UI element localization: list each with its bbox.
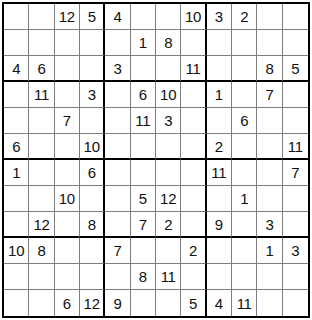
cell-r7c10[interactable] (232, 160, 257, 186)
cell-r10c3[interactable] (55, 238, 80, 264)
cell-r5c2[interactable] (29, 108, 54, 134)
cell-r1c4[interactable]: 5 (80, 4, 105, 30)
cell-r11c6[interactable]: 8 (131, 264, 156, 290)
cell-r9c3[interactable] (55, 212, 80, 238)
cell-r4c5[interactable] (105, 82, 130, 108)
cell-r8c9[interactable] (207, 186, 232, 212)
cell-r3c10[interactable] (232, 56, 257, 82)
cell-r3c5[interactable]: 3 (105, 56, 130, 82)
cell-r7c5[interactable] (105, 160, 130, 186)
cell-r8c1[interactable] (4, 186, 29, 212)
cell-r11c9[interactable] (207, 264, 232, 290)
cell-r7c8[interactable] (181, 160, 206, 186)
cell-r5c5[interactable] (105, 108, 130, 134)
cell-r3c8[interactable]: 11 (181, 56, 206, 82)
cell-r10c8[interactable]: 2 (181, 238, 206, 264)
cell-r11c1[interactable] (4, 264, 29, 290)
cell-r6c1[interactable]: 6 (4, 134, 29, 160)
cell-r8c5[interactable] (105, 186, 130, 212)
cell-r8c11[interactable] (257, 186, 282, 212)
cell-r6c9[interactable]: 2 (207, 134, 232, 160)
cell-r8c12[interactable] (283, 186, 308, 212)
cell-r5c10[interactable]: 6 (232, 108, 257, 134)
cell-r3c9[interactable] (207, 56, 232, 82)
cell-r1c2[interactable] (29, 4, 54, 30)
cell-r1c5[interactable]: 4 (105, 4, 130, 30)
cell-r12c5[interactable]: 9 (105, 290, 130, 316)
cell-r6c7[interactable] (156, 134, 181, 160)
cell-r2c7[interactable]: 8 (156, 30, 181, 56)
cell-r5c4[interactable] (80, 108, 105, 134)
cell-r9c5[interactable] (105, 212, 130, 238)
cell-r2c9[interactable] (207, 30, 232, 56)
cell-r3c6[interactable] (131, 56, 156, 82)
cell-r1c7[interactable] (156, 4, 181, 30)
cell-r7c3[interactable] (55, 160, 80, 186)
cell-r9c9[interactable]: 9 (207, 212, 232, 238)
cell-r6c6[interactable] (131, 134, 156, 160)
cell-r10c5[interactable]: 7 (105, 238, 130, 264)
cell-r1c10[interactable]: 2 (232, 4, 257, 30)
cell-r9c1[interactable] (4, 212, 29, 238)
cell-r5c6[interactable]: 11 (131, 108, 156, 134)
cell-r4c12[interactable] (283, 82, 308, 108)
cell-r10c9[interactable] (207, 238, 232, 264)
cell-r5c9[interactable] (207, 108, 232, 134)
cell-r4c10[interactable] (232, 82, 257, 108)
cell-r7c9[interactable]: 11 (207, 160, 232, 186)
cell-r9c4[interactable]: 8 (80, 212, 105, 238)
cell-r12c9[interactable]: 4 (207, 290, 232, 316)
cell-r11c12[interactable] (283, 264, 308, 290)
cell-r1c6[interactable] (131, 4, 156, 30)
cell-r2c5[interactable] (105, 30, 130, 56)
cell-r12c6[interactable] (131, 290, 156, 316)
cell-r2c12[interactable] (283, 30, 308, 56)
cell-r4c1[interactable] (4, 82, 29, 108)
cell-r6c10[interactable] (232, 134, 257, 160)
cell-r9c11[interactable]: 3 (257, 212, 282, 238)
cell-r9c10[interactable] (232, 212, 257, 238)
cell-r11c11[interactable] (257, 264, 282, 290)
cell-r11c5[interactable] (105, 264, 130, 290)
cell-r2c11[interactable] (257, 30, 282, 56)
cell-r6c4[interactable]: 10 (80, 134, 105, 160)
cell-r3c4[interactable] (80, 56, 105, 82)
cell-r2c3[interactable] (55, 30, 80, 56)
cell-r8c8[interactable] (181, 186, 206, 212)
cell-r7c11[interactable] (257, 160, 282, 186)
cell-r5c1[interactable] (4, 108, 29, 134)
cell-r10c11[interactable]: 1 (257, 238, 282, 264)
cell-r3c11[interactable]: 8 (257, 56, 282, 82)
cell-r5c8[interactable] (181, 108, 206, 134)
cell-r12c4[interactable]: 12 (80, 290, 105, 316)
cell-r7c2[interactable] (29, 160, 54, 186)
cell-r8c4[interactable] (80, 186, 105, 212)
cell-r6c12[interactable]: 11 (283, 134, 308, 160)
cell-r12c2[interactable] (29, 290, 54, 316)
sudoku-board: 1254103218463118511361017711366102111611… (2, 2, 310, 318)
cell-r4c4[interactable]: 3 (80, 82, 105, 108)
cell-r8c10[interactable]: 1 (232, 186, 257, 212)
cell-r5c11[interactable] (257, 108, 282, 134)
cell-r4c3[interactable] (55, 82, 80, 108)
cell-r12c12[interactable] (283, 290, 308, 316)
cell-r10c10[interactable] (232, 238, 257, 264)
cell-r1c11[interactable] (257, 4, 282, 30)
cell-r3c3[interactable] (55, 56, 80, 82)
cell-r10c6[interactable] (131, 238, 156, 264)
cell-r3c12[interactable]: 5 (283, 56, 308, 82)
cell-r9c8[interactable] (181, 212, 206, 238)
cell-r10c1[interactable]: 10 (4, 238, 29, 264)
cell-r2c4[interactable] (80, 30, 105, 56)
cell-r4c11[interactable]: 7 (257, 82, 282, 108)
cell-r10c7[interactable] (156, 238, 181, 264)
cell-r4c2[interactable]: 11 (29, 82, 54, 108)
cell-r12c7[interactable] (156, 290, 181, 316)
cell-r7c6[interactable] (131, 160, 156, 186)
cell-r11c2[interactable] (29, 264, 54, 290)
cell-r10c12[interactable]: 3 (283, 238, 308, 264)
cell-r7c4[interactable]: 6 (80, 160, 105, 186)
cell-r2c10[interactable] (232, 30, 257, 56)
cell-r11c7[interactable]: 11 (156, 264, 181, 290)
cell-r1c9[interactable]: 3 (207, 4, 232, 30)
cell-r6c2[interactable] (29, 134, 54, 160)
cell-r7c7[interactable] (156, 160, 181, 186)
cell-r1c3[interactable]: 12 (55, 4, 80, 30)
cell-r6c8[interactable] (181, 134, 206, 160)
cell-r10c2[interactable]: 8 (29, 238, 54, 264)
cell-r3c7[interactable] (156, 56, 181, 82)
cell-r8c6[interactable]: 5 (131, 186, 156, 212)
cell-r4c6[interactable]: 6 (131, 82, 156, 108)
cell-r6c5[interactable] (105, 134, 130, 160)
cell-r4c9[interactable]: 1 (207, 82, 232, 108)
cell-r9c7[interactable]: 2 (156, 212, 181, 238)
cell-r1c8[interactable]: 10 (181, 4, 206, 30)
cell-r11c4[interactable] (80, 264, 105, 290)
cell-r8c2[interactable] (29, 186, 54, 212)
cell-r5c12[interactable] (283, 108, 308, 134)
cell-r11c3[interactable] (55, 264, 80, 290)
cell-r2c6[interactable]: 1 (131, 30, 156, 56)
cell-r12c1[interactable] (4, 290, 29, 316)
cell-r9c6[interactable]: 7 (131, 212, 156, 238)
cell-r1c1[interactable] (4, 4, 29, 30)
cell-r2c2[interactable] (29, 30, 54, 56)
cell-r3c2[interactable]: 6 (29, 56, 54, 82)
cell-r7c1[interactable]: 1 (4, 160, 29, 186)
cell-r12c10[interactable]: 11 (232, 290, 257, 316)
cell-r8c3[interactable]: 10 (55, 186, 80, 212)
cell-r8c7[interactable]: 12 (156, 186, 181, 212)
cell-r4c8[interactable] (181, 82, 206, 108)
cell-r3c1[interactable]: 4 (4, 56, 29, 82)
cell-r4c7[interactable]: 10 (156, 82, 181, 108)
cell-r5c3[interactable]: 7 (55, 108, 80, 134)
cell-r11c8[interactable] (181, 264, 206, 290)
cell-r7c12[interactable]: 7 (283, 160, 308, 186)
cell-r6c11[interactable] (257, 134, 282, 160)
cell-r2c1[interactable] (4, 30, 29, 56)
cell-r6c3[interactable] (55, 134, 80, 160)
cell-r1c12[interactable] (283, 4, 308, 30)
cell-r9c2[interactable]: 12 (29, 212, 54, 238)
cell-r11c10[interactable] (232, 264, 257, 290)
cell-r12c8[interactable]: 5 (181, 290, 206, 316)
cell-r2c8[interactable] (181, 30, 206, 56)
cell-r5c7[interactable]: 3 (156, 108, 181, 134)
cell-r12c11[interactable] (257, 290, 282, 316)
cell-r12c3[interactable]: 6 (55, 290, 80, 316)
cell-r9c12[interactable] (283, 212, 308, 238)
cell-r10c4[interactable] (80, 238, 105, 264)
